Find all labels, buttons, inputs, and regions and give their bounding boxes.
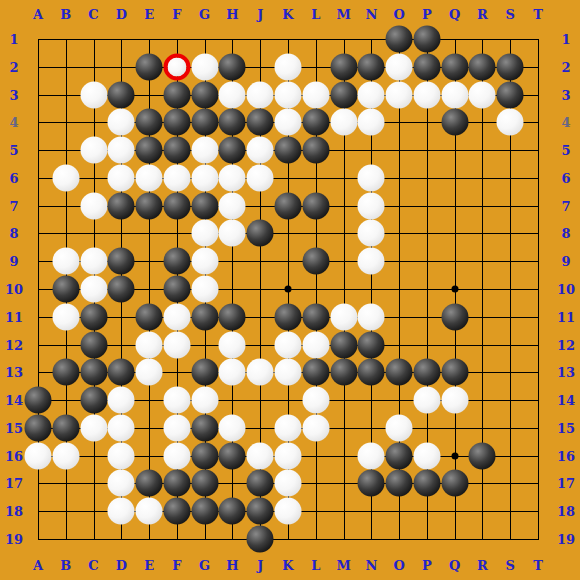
stone-white[interactable]: [302, 387, 329, 414]
stone-white[interactable]: [386, 414, 413, 441]
stone-black[interactable]: [247, 526, 274, 553]
stone-black[interactable]: [80, 331, 107, 358]
stone-black[interactable]: [302, 192, 329, 219]
row-label-left: 1: [9, 32, 18, 47]
col-label-top: B: [60, 7, 71, 22]
stone-white[interactable]: [302, 414, 329, 441]
row-label-right: 10: [557, 282, 575, 297]
stone-black[interactable]: [413, 359, 440, 386]
row-label-left: 4: [9, 115, 18, 130]
stone-black[interactable]: [302, 137, 329, 164]
row-label-right: 14: [557, 393, 575, 408]
stone-white[interactable]: [386, 81, 413, 108]
stone-white[interactable]: [330, 109, 357, 136]
stone-black[interactable]: [136, 137, 163, 164]
row-label-left: 7: [9, 198, 18, 213]
stone-white[interactable]: [52, 442, 79, 469]
stone-white[interactable]: [136, 164, 163, 191]
stone-white[interactable]: [275, 498, 302, 525]
stone-black[interactable]: [469, 53, 496, 80]
stone-black[interactable]: [358, 470, 385, 497]
stone-white[interactable]: [358, 220, 385, 247]
stone-black[interactable]: [469, 442, 496, 469]
stone-black[interactable]: [330, 331, 357, 358]
row-label-right: 3: [561, 87, 570, 102]
stone-white[interactable]: [191, 248, 218, 275]
stone-black[interactable]: [275, 192, 302, 219]
stone-black[interactable]: [163, 109, 190, 136]
col-label-bottom: C: [88, 558, 98, 573]
stone-white[interactable]: [191, 387, 218, 414]
col-label-top: R: [477, 7, 488, 22]
stone-black[interactable]: [25, 387, 52, 414]
stone-white[interactable]: [163, 331, 190, 358]
stone-white[interactable]: [413, 387, 440, 414]
grid-line-v: [538, 39, 539, 540]
stone-black[interactable]: [441, 303, 468, 330]
col-label-bottom: L: [311, 558, 320, 573]
stone-white[interactable]: [108, 414, 135, 441]
col-label-top: S: [506, 7, 515, 22]
stone-white[interactable]: [247, 164, 274, 191]
stone-black[interactable]: [191, 442, 218, 469]
stone-black[interactable]: [302, 109, 329, 136]
stone-white[interactable]: [275, 331, 302, 358]
stone-white[interactable]: [275, 109, 302, 136]
row-label-left: 3: [9, 87, 18, 102]
stone-black[interactable]: [108, 248, 135, 275]
row-label-right: 2: [561, 59, 570, 74]
stone-white[interactable]: [413, 442, 440, 469]
stone-black[interactable]: [441, 53, 468, 80]
stone-black[interactable]: [191, 81, 218, 108]
col-label-bottom: G: [199, 558, 210, 573]
stone-white[interactable]: [358, 442, 385, 469]
stone-white[interactable]: [247, 81, 274, 108]
col-label-bottom: K: [282, 558, 293, 573]
stone-white[interactable]: [469, 81, 496, 108]
stone-white[interactable]: [219, 81, 246, 108]
row-label-right: 19: [557, 532, 575, 547]
stone-white[interactable]: [275, 359, 302, 386]
col-label-top: N: [365, 7, 377, 22]
stone-black[interactable]: [163, 192, 190, 219]
row-label-left: 10: [5, 282, 23, 297]
stone-black[interactable]: [163, 137, 190, 164]
stone-white[interactable]: [80, 276, 107, 303]
col-label-bottom: B: [60, 558, 71, 573]
row-label-left: 5: [9, 143, 18, 158]
stone-black[interactable]: [358, 331, 385, 358]
stone-black[interactable]: [247, 109, 274, 136]
stone-white[interactable]: [108, 387, 135, 414]
stone-white[interactable]: [247, 137, 274, 164]
stone-white[interactable]: [275, 81, 302, 108]
row-label-left: 16: [5, 448, 23, 463]
stone-white[interactable]: [108, 498, 135, 525]
col-label-top: L: [311, 7, 320, 22]
row-label-left: 12: [5, 337, 23, 352]
row-label-left: 17: [5, 476, 23, 491]
col-label-bottom: A: [33, 558, 43, 573]
stone-black[interactable]: [219, 137, 246, 164]
stone-white[interactable]: [108, 137, 135, 164]
stone-white[interactable]: [52, 164, 79, 191]
stone-white[interactable]: [247, 359, 274, 386]
stone-white[interactable]: [136, 359, 163, 386]
stone-white[interactable]: [358, 192, 385, 219]
row-label-left: 8: [9, 226, 18, 241]
stone-black[interactable]: [219, 498, 246, 525]
star-point: [451, 452, 458, 459]
stone-black[interactable]: [52, 414, 79, 441]
stone-black[interactable]: [108, 192, 135, 219]
stone-white[interactable]: [191, 276, 218, 303]
stone-white[interactable]: [441, 81, 468, 108]
stone-white-last-move[interactable]: [163, 53, 190, 80]
stone-black[interactable]: [163, 470, 190, 497]
star-point: [285, 286, 292, 293]
stone-white[interactable]: [275, 53, 302, 80]
stone-white[interactable]: [302, 81, 329, 108]
row-label-left: 2: [9, 59, 18, 74]
stone-white[interactable]: [358, 164, 385, 191]
row-label-right: 11: [557, 309, 575, 324]
stone-white[interactable]: [108, 164, 135, 191]
stone-black[interactable]: [80, 303, 107, 330]
col-label-top: M: [336, 7, 350, 22]
stone-black[interactable]: [302, 248, 329, 275]
col-label-top: Q: [449, 7, 460, 22]
stone-white[interactable]: [386, 53, 413, 80]
stone-black[interactable]: [275, 137, 302, 164]
col-label-bottom: T: [533, 558, 543, 573]
row-label-right: 18: [557, 504, 575, 519]
stone-white[interactable]: [191, 137, 218, 164]
stone-black[interactable]: [247, 220, 274, 247]
stone-white[interactable]: [413, 81, 440, 108]
col-label-bottom: D: [116, 558, 127, 573]
stone-black[interactable]: [163, 248, 190, 275]
col-label-top: A: [33, 7, 43, 22]
stone-white[interactable]: [330, 303, 357, 330]
stone-black[interactable]: [219, 303, 246, 330]
col-label-bottom: M: [336, 558, 350, 573]
col-label-top: T: [533, 7, 543, 22]
stone-black[interactable]: [330, 81, 357, 108]
stone-white[interactable]: [275, 414, 302, 441]
stone-black[interactable]: [219, 53, 246, 80]
stone-white[interactable]: [136, 331, 163, 358]
row-label-right: 13: [557, 365, 575, 380]
stone-black[interactable]: [191, 498, 218, 525]
stone-white[interactable]: [247, 442, 274, 469]
col-label-top: D: [116, 7, 127, 22]
stone-black[interactable]: [191, 109, 218, 136]
col-label-bottom: R: [477, 558, 488, 573]
stone-black[interactable]: [191, 470, 218, 497]
col-label-top: O: [393, 7, 404, 22]
stone-black[interactable]: [386, 359, 413, 386]
stone-white[interactable]: [219, 359, 246, 386]
stone-black[interactable]: [108, 276, 135, 303]
stone-black[interactable]: [219, 109, 246, 136]
stone-white[interactable]: [80, 414, 107, 441]
stone-black[interactable]: [136, 109, 163, 136]
col-label-top: F: [172, 7, 181, 22]
stone-black[interactable]: [413, 53, 440, 80]
stone-black[interactable]: [358, 359, 385, 386]
stone-white[interactable]: [108, 470, 135, 497]
stone-white[interactable]: [441, 387, 468, 414]
grid-line-h: [38, 539, 539, 540]
stone-black[interactable]: [52, 359, 79, 386]
stone-black[interactable]: [358, 53, 385, 80]
stone-black[interactable]: [386, 442, 413, 469]
stone-white[interactable]: [275, 470, 302, 497]
stone-white[interactable]: [163, 387, 190, 414]
stone-black[interactable]: [163, 81, 190, 108]
stone-white[interactable]: [219, 192, 246, 219]
stone-black[interactable]: [330, 53, 357, 80]
stone-black[interactable]: [191, 192, 218, 219]
stone-black[interactable]: [441, 470, 468, 497]
stone-black[interactable]: [136, 303, 163, 330]
stone-black[interactable]: [136, 53, 163, 80]
col-label-bottom: P: [422, 558, 432, 573]
stone-black[interactable]: [80, 359, 107, 386]
stone-white[interactable]: [80, 248, 107, 275]
star-point: [451, 286, 458, 293]
stone-black[interactable]: [191, 359, 218, 386]
stone-black[interactable]: [386, 26, 413, 53]
stone-black[interactable]: [52, 276, 79, 303]
stone-white[interactable]: [163, 442, 190, 469]
stone-white[interactable]: [163, 303, 190, 330]
stone-white[interactable]: [191, 220, 218, 247]
go-board: AABBCCDDEEFFGGHHJJKKLLMMNNOOPPQQRRSSTT11…: [0, 0, 580, 580]
stone-white[interactable]: [163, 164, 190, 191]
stone-black[interactable]: [302, 303, 329, 330]
col-label-bottom: E: [144, 558, 154, 573]
row-label-left: 6: [9, 170, 18, 185]
row-label-left: 19: [5, 532, 23, 547]
row-label-left: 11: [5, 309, 23, 324]
stone-white[interactable]: [219, 414, 246, 441]
stone-black[interactable]: [386, 470, 413, 497]
stone-white[interactable]: [358, 303, 385, 330]
stone-black[interactable]: [497, 81, 524, 108]
stone-white[interactable]: [497, 109, 524, 136]
row-label-right: 5: [561, 143, 570, 158]
row-label-left: 13: [5, 365, 23, 380]
stone-black[interactable]: [219, 442, 246, 469]
stone-black[interactable]: [247, 470, 274, 497]
row-label-right: 7: [561, 198, 570, 213]
stone-black[interactable]: [108, 359, 135, 386]
col-label-top: P: [422, 7, 432, 22]
col-label-bottom: S: [506, 558, 515, 573]
col-label-top: J: [257, 7, 263, 22]
col-label-bottom: F: [172, 558, 181, 573]
stone-black[interactable]: [191, 414, 218, 441]
stone-black[interactable]: [247, 498, 274, 525]
row-label-right: 8: [561, 226, 570, 241]
stone-black[interactable]: [413, 26, 440, 53]
stone-black[interactable]: [136, 470, 163, 497]
stone-white[interactable]: [219, 331, 246, 358]
row-label-right: 1: [561, 32, 570, 47]
stone-black[interactable]: [330, 359, 357, 386]
col-label-bottom: O: [393, 558, 404, 573]
stone-black[interactable]: [275, 303, 302, 330]
stone-white[interactable]: [108, 442, 135, 469]
stone-white[interactable]: [25, 442, 52, 469]
row-label-right: 17: [557, 476, 575, 491]
col-label-bottom: N: [365, 558, 377, 573]
col-label-top: E: [144, 7, 154, 22]
stone-black[interactable]: [163, 498, 190, 525]
row-label-right: 9: [561, 254, 570, 269]
stone-black[interactable]: [108, 81, 135, 108]
stone-black[interactable]: [163, 276, 190, 303]
col-label-bottom: J: [257, 558, 263, 573]
stone-white[interactable]: [163, 414, 190, 441]
col-label-bottom: H: [226, 558, 238, 573]
row-label-left: 18: [5, 504, 23, 519]
stone-white[interactable]: [80, 137, 107, 164]
row-label-right: 6: [561, 170, 570, 185]
stone-white[interactable]: [80, 81, 107, 108]
stone-white[interactable]: [219, 164, 246, 191]
stone-white[interactable]: [358, 109, 385, 136]
row-label-left: 14: [5, 393, 23, 408]
stone-white[interactable]: [358, 248, 385, 275]
row-label-right: 12: [557, 337, 575, 352]
stone-white[interactable]: [136, 498, 163, 525]
stone-white[interactable]: [219, 220, 246, 247]
row-label-right: 15: [557, 420, 575, 435]
stone-white[interactable]: [80, 192, 107, 219]
stone-black[interactable]: [497, 53, 524, 80]
col-label-top: H: [226, 7, 238, 22]
stone-white[interactable]: [191, 164, 218, 191]
stone-white[interactable]: [358, 81, 385, 108]
stone-black[interactable]: [413, 470, 440, 497]
stone-black[interactable]: [441, 359, 468, 386]
stone-white[interactable]: [108, 109, 135, 136]
stone-black[interactable]: [302, 359, 329, 386]
stone-black[interactable]: [136, 192, 163, 219]
stone-black[interactable]: [441, 109, 468, 136]
stone-white[interactable]: [52, 248, 79, 275]
stone-black[interactable]: [191, 303, 218, 330]
stone-white[interactable]: [191, 53, 218, 80]
stone-white[interactable]: [52, 303, 79, 330]
stone-white[interactable]: [302, 331, 329, 358]
stone-black[interactable]: [25, 414, 52, 441]
row-label-right: 16: [557, 448, 575, 463]
stone-white[interactable]: [275, 442, 302, 469]
row-label-right: 4: [561, 115, 570, 130]
col-label-top: K: [282, 7, 293, 22]
stone-black[interactable]: [80, 387, 107, 414]
row-label-left: 15: [5, 420, 23, 435]
col-label-top: C: [88, 7, 98, 22]
row-label-left: 9: [9, 254, 18, 269]
col-label-top: G: [199, 7, 210, 22]
col-label-bottom: Q: [449, 558, 460, 573]
